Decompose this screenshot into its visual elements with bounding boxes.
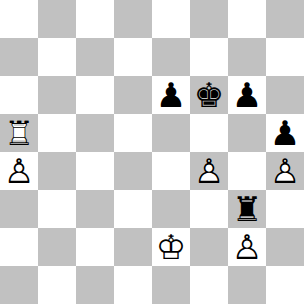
square-d2[interactable] [114,228,152,266]
square-a6[interactable] [0,76,38,114]
square-e8[interactable] [152,0,190,38]
square-f7[interactable] [190,38,228,76]
square-f6[interactable]: ♚ [190,76,228,114]
black-pawn-icon: ♟ [152,76,190,114]
square-f4[interactable]: ♟♙ [190,152,228,190]
white-pawn-outline: ♙ [228,228,266,266]
white-pawn-icon: ♟♙ [266,152,304,190]
square-c6[interactable] [76,76,114,114]
square-f8[interactable] [190,0,228,38]
square-b2[interactable] [38,228,76,266]
square-h5[interactable]: ♟ [266,114,304,152]
black-pawn-glyph: ♟ [152,76,190,114]
black-king-glyph: ♚ [190,76,228,114]
square-g7[interactable] [228,38,266,76]
square-a2[interactable] [0,228,38,266]
square-b3[interactable] [38,190,76,228]
square-b1[interactable] [38,266,76,304]
square-d7[interactable] [114,38,152,76]
white-pawn-outline: ♙ [190,152,228,190]
square-f5[interactable] [190,114,228,152]
square-b4[interactable] [38,152,76,190]
square-a4[interactable]: ♟♙ [0,152,38,190]
square-d5[interactable] [114,114,152,152]
white-pawn-icon: ♟♙ [0,152,38,190]
square-b5[interactable] [38,114,76,152]
square-a5[interactable]: ♜♖ [0,114,38,152]
black-pawn-glyph: ♟ [266,114,304,152]
square-f1[interactable] [190,266,228,304]
square-h1[interactable] [266,266,304,304]
square-c7[interactable] [76,38,114,76]
square-g6[interactable]: ♟ [228,76,266,114]
square-e5[interactable] [152,114,190,152]
square-h3[interactable] [266,190,304,228]
square-f2[interactable] [190,228,228,266]
square-e2[interactable]: ♚♔ [152,228,190,266]
white-king-outline: ♔ [152,228,190,266]
square-d3[interactable] [114,190,152,228]
white-rook-outline: ♖ [0,114,38,152]
white-rook-icon: ♜♖ [0,114,38,152]
white-pawn-icon: ♟♙ [228,228,266,266]
white-king-icon: ♚♔ [152,228,190,266]
black-king-icon: ♚ [190,76,228,114]
square-g8[interactable] [228,0,266,38]
square-c8[interactable] [76,0,114,38]
square-d4[interactable] [114,152,152,190]
square-c2[interactable] [76,228,114,266]
square-c4[interactable] [76,152,114,190]
black-rook-icon: ♜ [228,190,266,228]
square-f3[interactable] [190,190,228,228]
square-h6[interactable] [266,76,304,114]
square-e3[interactable] [152,190,190,228]
square-g4[interactable] [228,152,266,190]
square-a1[interactable] [0,266,38,304]
square-b7[interactable] [38,38,76,76]
square-h2[interactable] [266,228,304,266]
square-d6[interactable] [114,76,152,114]
square-c5[interactable] [76,114,114,152]
white-pawn-outline: ♙ [266,152,304,190]
square-e6[interactable]: ♟ [152,76,190,114]
chess-board: ♟♚♟♜♖♟♟♙♟♙♟♙♜♚♔♟♙ [0,0,304,304]
chess-diagram: ♟♚♟♜♖♟♟♙♟♙♟♙♜♚♔♟♙ [0,0,304,304]
square-e7[interactable] [152,38,190,76]
white-pawn-outline: ♙ [0,152,38,190]
black-rook-glyph: ♜ [228,190,266,228]
square-e4[interactable] [152,152,190,190]
square-c3[interactable] [76,190,114,228]
square-d1[interactable] [114,266,152,304]
square-h4[interactable]: ♟♙ [266,152,304,190]
square-g2[interactable]: ♟♙ [228,228,266,266]
square-b8[interactable] [38,0,76,38]
square-a8[interactable] [0,0,38,38]
square-d8[interactable] [114,0,152,38]
square-h7[interactable] [266,38,304,76]
square-h8[interactable] [266,0,304,38]
square-a3[interactable] [0,190,38,228]
white-pawn-icon: ♟♙ [190,152,228,190]
square-b6[interactable] [38,76,76,114]
square-g3[interactable]: ♜ [228,190,266,228]
square-e1[interactable] [152,266,190,304]
black-pawn-glyph: ♟ [228,76,266,114]
square-g5[interactable] [228,114,266,152]
square-g1[interactable] [228,266,266,304]
square-c1[interactable] [76,266,114,304]
black-pawn-icon: ♟ [228,76,266,114]
black-pawn-icon: ♟ [266,114,304,152]
square-a7[interactable] [0,38,38,76]
